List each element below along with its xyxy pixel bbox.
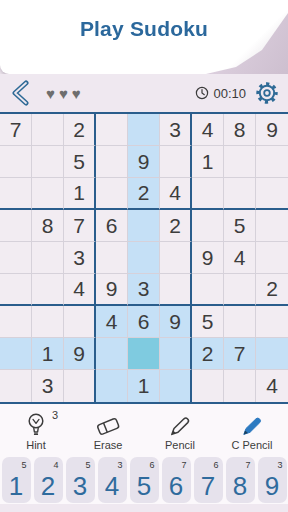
cell-r9c3[interactable] bbox=[64, 370, 96, 402]
cell-r3c2[interactable] bbox=[32, 178, 64, 210]
numpad-7-button[interactable]: 76 bbox=[194, 457, 223, 503]
cell-r2c8[interactable] bbox=[224, 146, 256, 178]
cell-r7c8[interactable] bbox=[224, 306, 256, 338]
cell-r1c7[interactable]: 4 bbox=[192, 114, 224, 146]
cell-r7c6[interactable]: 9 bbox=[160, 306, 192, 338]
numpad-remaining-count: 3 bbox=[117, 460, 122, 470]
heart-icon: ♥ bbox=[72, 86, 81, 101]
cell-r4c8[interactable]: 5 bbox=[224, 210, 256, 242]
cell-r5c8[interactable]: 4 bbox=[224, 242, 256, 274]
cell-r8c1[interactable] bbox=[0, 338, 32, 370]
cell-r4c9[interactable] bbox=[256, 210, 288, 242]
numpad-remaining-count: 3 bbox=[277, 460, 282, 470]
cell-r2c6[interactable] bbox=[160, 146, 192, 178]
cell-r2c4[interactable] bbox=[96, 146, 128, 178]
cell-r5c5[interactable] bbox=[128, 242, 160, 274]
numpad-digit: 7 bbox=[194, 473, 223, 499]
cell-r7c9[interactable] bbox=[256, 306, 288, 338]
cell-r5c7[interactable]: 9 bbox=[192, 242, 224, 274]
cell-r4c1[interactable] bbox=[0, 210, 32, 242]
erase-button[interactable]: Erase bbox=[72, 404, 144, 456]
cell-r6c8[interactable] bbox=[224, 274, 256, 306]
pencil-label: Pencil bbox=[165, 439, 195, 451]
hint-button[interactable]: 3Hint bbox=[0, 404, 72, 456]
numpad-remaining-count: 7 bbox=[181, 460, 186, 470]
cell-r7c5[interactable]: 6 bbox=[128, 306, 160, 338]
c-pencil-label: C Pencil bbox=[232, 439, 273, 451]
cell-r3c8[interactable] bbox=[224, 178, 256, 210]
cell-r1c6[interactable]: 3 bbox=[160, 114, 192, 146]
lightbulb-icon bbox=[24, 412, 48, 438]
hint-label: Hint bbox=[26, 439, 46, 451]
cell-r3c9[interactable] bbox=[256, 178, 288, 210]
numpad-2-button[interactable]: 24 bbox=[34, 457, 63, 503]
cell-r1c5[interactable] bbox=[128, 114, 160, 146]
cell-r7c7[interactable]: 5 bbox=[192, 306, 224, 338]
clock-icon bbox=[195, 86, 209, 100]
cell-r8c6[interactable] bbox=[160, 338, 192, 370]
numpad-remaining-count: 5 bbox=[21, 460, 26, 470]
cell-r2c9[interactable] bbox=[256, 146, 288, 178]
cell-r4c3[interactable]: 7 bbox=[64, 210, 96, 242]
numpad-digit: 8 bbox=[226, 473, 255, 499]
numpad-4-button[interactable]: 43 bbox=[98, 457, 127, 503]
cell-r8c5[interactable] bbox=[128, 338, 160, 370]
cell-r6c6[interactable] bbox=[160, 274, 192, 306]
cell-r1c3[interactable]: 2 bbox=[64, 114, 96, 146]
cell-r8c4[interactable] bbox=[96, 338, 128, 370]
pencil-filled-icon bbox=[238, 414, 266, 438]
numpad-6-button[interactable]: 67 bbox=[162, 457, 191, 503]
cell-r9c7[interactable] bbox=[192, 370, 224, 402]
cell-r5c4[interactable] bbox=[96, 242, 128, 274]
numpad-digit: 6 bbox=[162, 473, 191, 499]
hint-count-badge: 3 bbox=[52, 409, 58, 421]
cell-r5c6[interactable] bbox=[160, 242, 192, 274]
eraser-icon bbox=[94, 414, 122, 438]
numpad-1-button[interactable]: 15 bbox=[2, 457, 31, 503]
cell-r2c5[interactable]: 9 bbox=[128, 146, 160, 178]
cell-r1c8[interactable]: 8 bbox=[224, 114, 256, 146]
cell-r6c2[interactable] bbox=[32, 274, 64, 306]
chevron-left-icon bbox=[10, 80, 30, 106]
cell-r3c1[interactable] bbox=[0, 178, 32, 210]
numpad-digit: 2 bbox=[34, 473, 63, 499]
pencil-icon bbox=[166, 414, 194, 438]
pencil-button[interactable]: Pencil bbox=[144, 404, 216, 456]
numpad-8-button[interactable]: 87 bbox=[226, 457, 255, 503]
cell-r2c2[interactable] bbox=[32, 146, 64, 178]
cell-r7c3[interactable] bbox=[64, 306, 96, 338]
cell-r3c6[interactable]: 4 bbox=[160, 178, 192, 210]
c-pencil-button[interactable]: C Pencil bbox=[216, 404, 288, 456]
numpad-5-button[interactable]: 56 bbox=[130, 457, 159, 503]
cell-r5c2[interactable] bbox=[32, 242, 64, 274]
cell-r9c4[interactable] bbox=[96, 370, 128, 402]
number-pad: 152435435667768793 bbox=[0, 457, 288, 503]
numpad-digit: 5 bbox=[130, 473, 159, 499]
numpad-digit: 4 bbox=[98, 473, 127, 499]
numpad-remaining-count: 5 bbox=[85, 460, 90, 470]
cell-r5c1[interactable] bbox=[0, 242, 32, 274]
cell-r3c3[interactable]: 1 bbox=[64, 178, 96, 210]
cell-r7c1[interactable] bbox=[0, 306, 32, 338]
numpad-remaining-count: 4 bbox=[53, 460, 58, 470]
numpad-remaining-count: 6 bbox=[213, 460, 218, 470]
cell-r8c9[interactable] bbox=[256, 338, 288, 370]
cell-r6c9[interactable]: 2 bbox=[256, 274, 288, 306]
erase-label: Erase bbox=[94, 439, 123, 451]
cell-r2c7[interactable]: 1 bbox=[192, 146, 224, 178]
cell-r1c9[interactable]: 9 bbox=[256, 114, 288, 146]
cell-r3c5[interactable]: 2 bbox=[128, 178, 160, 210]
cell-r3c7[interactable] bbox=[192, 178, 224, 210]
lives-hearts: ♥♥♥ bbox=[46, 86, 81, 101]
cell-r1c1[interactable]: 7 bbox=[0, 114, 32, 146]
cell-r1c2[interactable] bbox=[32, 114, 64, 146]
cell-r3c4[interactable] bbox=[96, 178, 128, 210]
cell-r5c9[interactable] bbox=[256, 242, 288, 274]
cell-r6c5[interactable]: 3 bbox=[128, 274, 160, 306]
numpad-digit: 3 bbox=[66, 473, 95, 499]
cell-r4c5[interactable] bbox=[128, 210, 160, 242]
numpad-9-button[interactable]: 93 bbox=[258, 457, 287, 503]
numpad-digit: 9 bbox=[258, 473, 287, 499]
cell-r9c1[interactable] bbox=[0, 370, 32, 402]
cell-r8c8[interactable]: 7 bbox=[224, 338, 256, 370]
cell-r6c1[interactable] bbox=[0, 274, 32, 306]
timer: 00:10 bbox=[195, 86, 246, 101]
cell-r5c3[interactable]: 3 bbox=[64, 242, 96, 274]
numpad-remaining-count: 7 bbox=[245, 460, 250, 470]
settings-button[interactable] bbox=[256, 82, 278, 104]
heart-icon: ♥ bbox=[46, 86, 55, 101]
heart-icon: ♥ bbox=[59, 86, 68, 101]
gear-icon bbox=[256, 82, 278, 104]
cell-r7c4[interactable]: 4 bbox=[96, 306, 128, 338]
cell-r2c3[interactable]: 5 bbox=[64, 146, 96, 178]
page-title: Play Sudoku bbox=[0, 17, 288, 41]
numpad-3-button[interactable]: 35 bbox=[66, 457, 95, 503]
back-button[interactable] bbox=[10, 80, 30, 106]
toolbar: ♥♥♥ 00:10 bbox=[0, 74, 288, 112]
cell-r9c2[interactable]: 3 bbox=[32, 370, 64, 402]
cell-r8c7[interactable]: 2 bbox=[192, 338, 224, 370]
sudoku-board: 72348959112487625394493246951927314 bbox=[0, 112, 288, 404]
cell-r8c2[interactable]: 1 bbox=[32, 338, 64, 370]
timer-value: 00:10 bbox=[213, 86, 246, 101]
cell-r6c3[interactable]: 4 bbox=[64, 274, 96, 306]
cell-r9c6[interactable] bbox=[160, 370, 192, 402]
cell-r4c6[interactable]: 2 bbox=[160, 210, 192, 242]
cell-r9c8[interactable] bbox=[224, 370, 256, 402]
cell-r6c7[interactable] bbox=[192, 274, 224, 306]
cell-r9c9[interactable]: 4 bbox=[256, 370, 288, 402]
numpad-remaining-count: 6 bbox=[149, 460, 154, 470]
cell-r9c5[interactable]: 1 bbox=[128, 370, 160, 402]
cell-r4c2[interactable]: 8 bbox=[32, 210, 64, 242]
action-bar: 3HintErasePencilC Pencil bbox=[0, 404, 288, 456]
cell-r7c2[interactable] bbox=[32, 306, 64, 338]
cell-r6c4[interactable]: 9 bbox=[96, 274, 128, 306]
cell-r8c3[interactable]: 9 bbox=[64, 338, 96, 370]
cell-r4c4[interactable]: 6 bbox=[96, 210, 128, 242]
cell-r2c1[interactable] bbox=[0, 146, 32, 178]
cell-r1c4[interactable] bbox=[96, 114, 128, 146]
cell-r4c7[interactable] bbox=[192, 210, 224, 242]
numpad-digit: 1 bbox=[2, 473, 31, 499]
